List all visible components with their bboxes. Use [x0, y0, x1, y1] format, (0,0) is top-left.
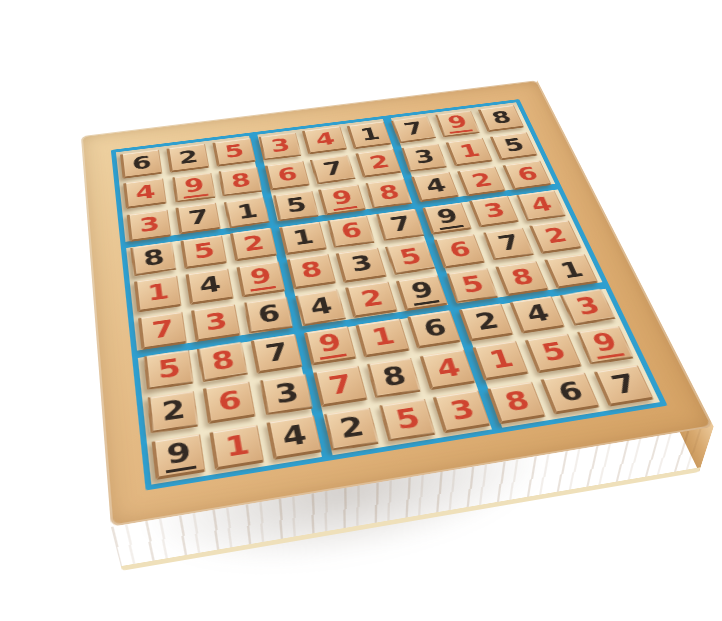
tile-6[interactable]: 6 [434, 234, 486, 268]
tile-3[interactable]: 3 [191, 304, 241, 342]
tile-1[interactable]: 1 [356, 319, 410, 358]
tile-5[interactable]: 5 [180, 235, 227, 269]
tile-9[interactable]: 9 [576, 326, 634, 365]
tile-4[interactable]: 4 [266, 415, 322, 460]
tile-7[interactable]: 7 [391, 115, 437, 143]
tile-6[interactable]: 6 [264, 160, 309, 190]
tile-4[interactable]: 4 [420, 349, 476, 390]
tile-8[interactable]: 8 [218, 167, 262, 197]
tile-3[interactable]: 3 [401, 143, 448, 172]
tile-3[interactable]: 3 [336, 248, 386, 283]
tile-2[interactable]: 2 [323, 407, 379, 451]
tile-5[interactable]: 5 [212, 138, 256, 167]
tile-1[interactable]: 1 [134, 276, 182, 313]
tile-1[interactable]: 1 [544, 254, 598, 289]
tile-2[interactable]: 2 [356, 148, 402, 177]
tile-2[interactable]: 2 [457, 166, 506, 196]
tile-7[interactable]: 7 [313, 365, 368, 407]
tile-9[interactable]: 9 [172, 172, 216, 202]
tile-7[interactable]: 7 [310, 154, 357, 184]
tile-7[interactable]: 7 [594, 365, 654, 407]
tile-5[interactable]: 5 [379, 398, 436, 442]
tile-7[interactable]: 7 [250, 334, 302, 374]
tile-4[interactable]: 4 [185, 268, 233, 304]
tile-5[interactable]: 5 [446, 268, 499, 304]
tile-6[interactable]: 6 [540, 372, 600, 414]
tile-1[interactable]: 1 [445, 137, 493, 166]
tile-3[interactable]: 3 [469, 195, 519, 227]
tile-9[interactable]: 9 [435, 110, 481, 137]
tile-1[interactable]: 1 [209, 425, 264, 471]
tile-6[interactable]: 6 [203, 381, 256, 424]
tile-2[interactable]: 2 [459, 304, 514, 342]
tile-3[interactable]: 3 [258, 132, 302, 160]
tile-2[interactable]: 2 [229, 227, 276, 261]
tile-2[interactable]: 2 [345, 281, 397, 318]
tile-2[interactable]: 2 [166, 144, 209, 173]
tile-9[interactable]: 9 [151, 434, 205, 480]
tile-8[interactable]: 8 [196, 342, 248, 383]
tile-3[interactable]: 3 [127, 209, 172, 242]
tile-4[interactable]: 4 [516, 190, 567, 221]
tile-4[interactable]: 4 [123, 178, 167, 209]
tile-3[interactable]: 3 [259, 374, 313, 416]
tile-4[interactable]: 4 [411, 171, 459, 202]
tile-2[interactable]: 2 [529, 220, 582, 253]
tile-8[interactable]: 8 [478, 105, 525, 132]
tile-3[interactable]: 3 [433, 390, 491, 434]
tile-5[interactable]: 5 [143, 350, 193, 391]
tile-6[interactable]: 6 [407, 310, 461, 349]
tile-2[interactable]: 2 [147, 391, 199, 434]
cell-r9c2: 1 [204, 420, 269, 475]
tile-6[interactable]: 6 [327, 215, 375, 248]
tile-1[interactable]: 1 [279, 221, 327, 254]
tile-6[interactable]: 6 [243, 297, 293, 334]
tile-9[interactable]: 9 [422, 202, 472, 234]
tile-7[interactable]: 7 [138, 312, 187, 351]
tile-7[interactable]: 7 [376, 209, 425, 241]
tile-9[interactable]: 9 [303, 326, 356, 366]
cell-r9c1: 9 [146, 429, 210, 484]
tile-1[interactable]: 1 [223, 196, 270, 228]
tile-4[interactable]: 4 [510, 296, 566, 334]
tile-8[interactable]: 8 [286, 254, 336, 289]
tile-4[interactable]: 4 [294, 289, 346, 327]
tile-1[interactable]: 1 [472, 340, 529, 380]
sudoku-grid: 6253417984986723153715984268521679341498… [116, 102, 660, 484]
board-well: 6253417984986723153715984268521679341498… [111, 99, 668, 490]
tile-5[interactable]: 5 [490, 132, 538, 161]
cell-r9c3: 4 [261, 412, 327, 466]
tile-5[interactable]: 5 [385, 241, 437, 276]
tile-6[interactable]: 6 [502, 160, 551, 190]
tile-6[interactable]: 6 [120, 149, 162, 178]
tile-8[interactable]: 8 [495, 261, 549, 297]
tile-9[interactable]: 9 [318, 184, 365, 215]
tile-8[interactable]: 8 [130, 241, 177, 276]
tile-7[interactable]: 7 [175, 202, 220, 234]
tile-8[interactable]: 8 [487, 381, 546, 424]
tile-7[interactable]: 7 [483, 227, 535, 260]
product-photo-scene: 6253417984986723153715984268521679341498… [0, 0, 722, 621]
tile-8[interactable]: 8 [365, 178, 412, 209]
tile-3[interactable]: 3 [559, 289, 616, 327]
tile-4[interactable]: 4 [302, 126, 347, 154]
tile-9[interactable]: 9 [396, 275, 449, 311]
tile-9[interactable]: 9 [236, 261, 285, 297]
tile-8[interactable]: 8 [367, 358, 422, 399]
tile-1[interactable]: 1 [347, 121, 392, 149]
tile-5[interactable]: 5 [525, 333, 583, 373]
tile-5[interactable]: 5 [272, 190, 318, 221]
